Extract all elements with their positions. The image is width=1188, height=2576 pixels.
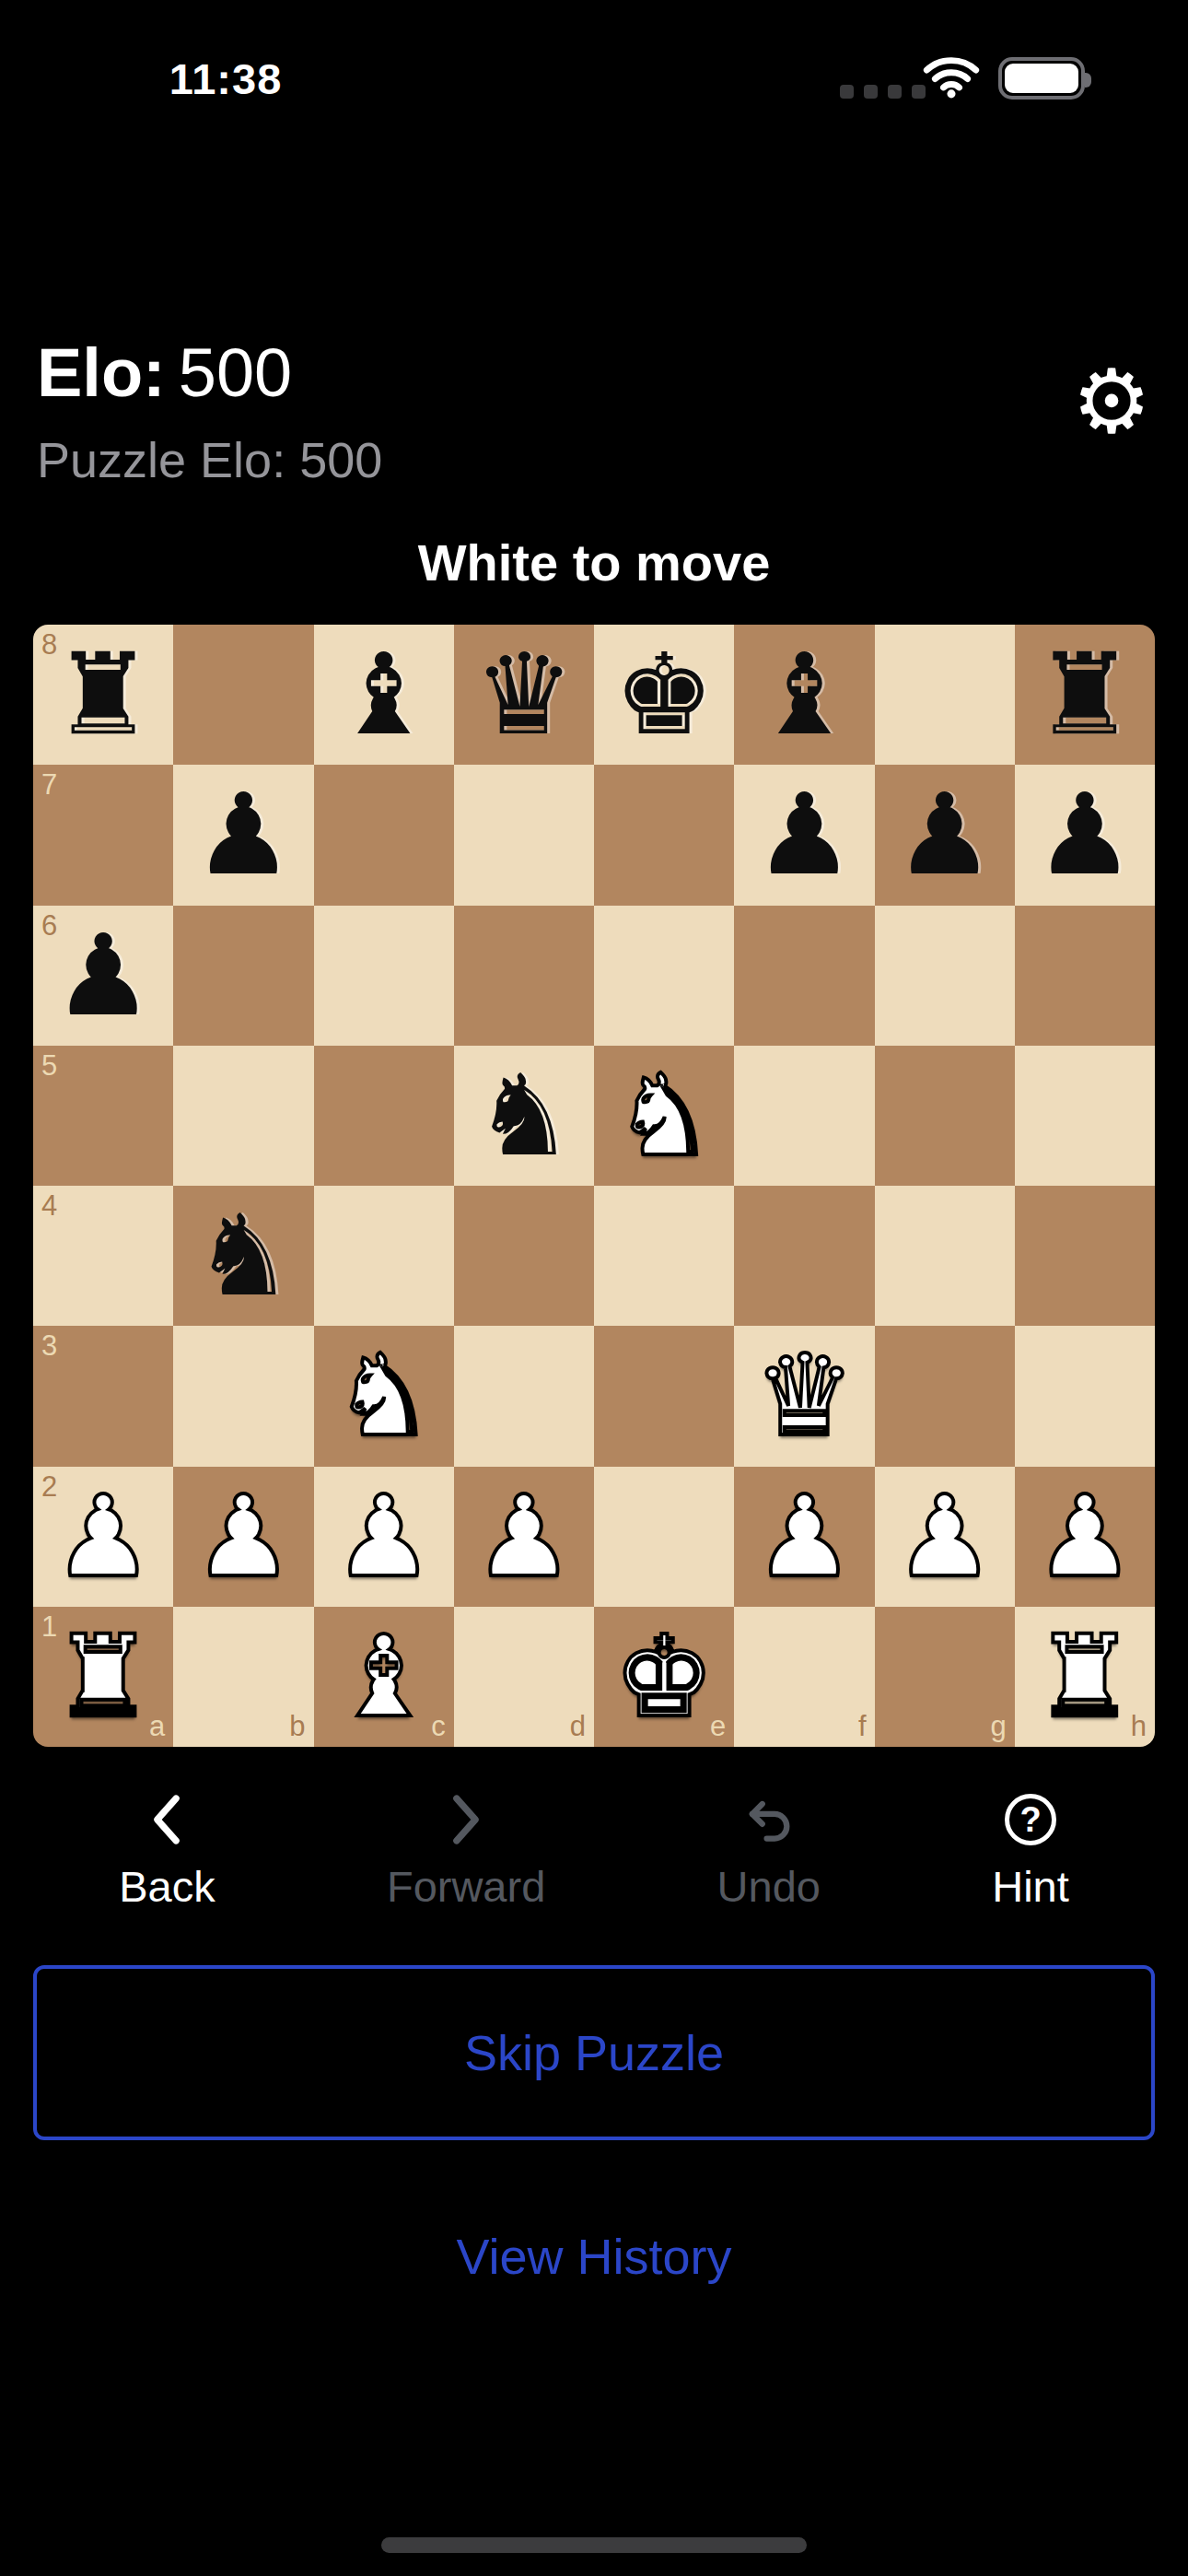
piece-white-queen[interactable]: ♛ [734,1326,874,1466]
file-label-b: b [289,1710,305,1743]
square-d3[interactable] [454,1326,594,1466]
undo-arrow-icon [742,1791,796,1848]
square-h2[interactable]: ♟ [1015,1467,1155,1607]
piece-white-king[interactable]: ♚ [594,1607,734,1747]
square-b4[interactable]: ♞ [173,1186,313,1326]
square-f6[interactable] [734,906,874,1046]
rank-label-7: 7 [41,768,57,802]
square-e5[interactable]: ♞ [594,1046,734,1186]
square-f3[interactable]: ♛ [734,1326,874,1466]
piece-white-bishop[interactable]: ♝ [314,1607,454,1747]
piece-white-pawn[interactable]: ♟ [1015,1467,1155,1607]
rank-label-3: 3 [41,1329,57,1363]
square-h8[interactable]: ♜ [1015,625,1155,765]
square-d5[interactable]: ♞ [454,1046,594,1186]
square-h4[interactable] [1015,1186,1155,1326]
square-g2[interactable]: ♟ [875,1467,1015,1607]
square-e6[interactable] [594,906,734,1046]
forward-button[interactable]: Forward [387,1791,545,1912]
elo-label: Elo: [37,334,166,411]
square-a1[interactable]: 1a♜ [33,1607,173,1747]
square-g8[interactable] [875,625,1015,765]
piece-white-pawn[interactable]: ♟ [173,1467,313,1607]
square-d4[interactable] [454,1186,594,1326]
square-b5[interactable] [173,1046,313,1186]
piece-white-pawn[interactable]: ♟ [454,1467,594,1607]
hint-button[interactable]: ? Hint [992,1791,1069,1912]
piece-white-knight[interactable]: ♞ [314,1326,454,1466]
square-b3[interactable] [173,1326,313,1466]
square-e2[interactable] [594,1467,734,1607]
rank-label-5: 5 [41,1049,57,1083]
square-b8[interactable] [173,625,313,765]
piece-black-rook[interactable]: ♜ [1015,625,1155,765]
square-f4[interactable] [734,1186,874,1326]
square-c4[interactable] [314,1186,454,1326]
square-d2[interactable]: ♟ [454,1467,594,1607]
square-d1[interactable]: d [454,1607,594,1747]
settings-gear-icon[interactable]: ⚙ [1072,357,1151,446]
piece-white-pawn[interactable]: ♟ [734,1467,874,1607]
square-g6[interactable] [875,906,1015,1046]
piece-white-rook[interactable]: ♜ [33,1607,173,1747]
chevron-right-icon [445,1791,487,1848]
piece-black-bishop[interactable]: ♝ [314,625,454,765]
square-c7[interactable] [314,765,454,905]
square-h6[interactable] [1015,906,1155,1046]
square-a6[interactable]: 6♟ [33,906,173,1046]
square-g4[interactable] [875,1186,1015,1326]
undo-button[interactable]: Undo [717,1791,821,1912]
piece-black-pawn[interactable]: ♟ [734,765,874,905]
square-a7[interactable]: 7 [33,765,173,905]
wifi-icon [921,55,982,100]
piece-white-pawn[interactable]: ♟ [314,1467,454,1607]
square-h5[interactable] [1015,1046,1155,1186]
square-a2[interactable]: 2♟ [33,1467,173,1607]
skip-puzzle-button[interactable]: Skip Puzzle [33,1965,1155,2140]
square-f7[interactable]: ♟ [734,765,874,905]
square-b2[interactable]: ♟ [173,1467,313,1607]
square-c3[interactable]: ♞ [314,1326,454,1466]
square-c8[interactable]: ♝ [314,625,454,765]
piece-black-pawn[interactable]: ♟ [1015,765,1155,905]
piece-black-pawn[interactable]: ♟ [875,765,1015,905]
home-indicator[interactable] [381,2537,807,2553]
puzzle-elo-label: Puzzle Elo: 500 [37,431,1151,488]
square-c6[interactable] [314,906,454,1046]
square-g7[interactable]: ♟ [875,765,1015,905]
square-c2[interactable]: ♟ [314,1467,454,1607]
square-g1[interactable]: g [875,1607,1015,1747]
square-b6[interactable] [173,906,313,1046]
square-e1[interactable]: e♚ [594,1607,734,1747]
square-d8[interactable]: ♛ [454,625,594,765]
square-f8[interactable]: ♝ [734,625,874,765]
square-e3[interactable] [594,1326,734,1466]
file-label-f: f [858,1710,867,1743]
forward-label: Forward [387,1861,545,1912]
elo-heading: Elo:500 [37,339,1151,407]
battery-icon [998,57,1085,100]
square-a5[interactable]: 5 [33,1046,173,1186]
file-label-d: d [570,1710,586,1743]
square-b7[interactable]: ♟ [173,765,313,905]
piece-black-knight[interactable]: ♞ [173,1186,313,1326]
chess-board: 8♜♝♛♚♝♜7♟♟♟♟6♟5♞♞4♞3♞♛2♟♟♟♟♟♟♟1a♜bc♝de♚f… [33,625,1155,1747]
square-f5[interactable] [734,1046,874,1186]
question-circle-icon: ? [1005,1791,1056,1848]
square-h1[interactable]: h♜ [1015,1607,1155,1747]
file-label-g: g [991,1710,1007,1743]
piece-white-knight[interactable]: ♞ [594,1046,734,1186]
chevron-left-icon [146,1791,188,1848]
back-button[interactable]: Back [119,1791,215,1912]
square-h7[interactable]: ♟ [1015,765,1155,905]
hint-label: Hint [992,1861,1069,1912]
piece-black-bishop[interactable]: ♝ [734,625,874,765]
square-f2[interactable]: ♟ [734,1467,874,1607]
piece-black-king[interactable]: ♚ [594,625,734,765]
square-e7[interactable] [594,765,734,905]
piece-black-pawn[interactable]: ♟ [173,765,313,905]
square-c5[interactable] [314,1046,454,1186]
piece-black-pawn[interactable]: ♟ [33,906,173,1046]
view-history-link[interactable]: View History [0,2228,1188,2285]
elo-value: 500 [179,334,292,411]
piece-black-rook[interactable]: ♜ [33,625,173,765]
back-label: Back [119,1861,215,1912]
piece-black-knight[interactable]: ♞ [454,1046,594,1186]
piece-black-queen[interactable]: ♛ [454,625,594,765]
status-bar: 11:38 [0,0,1188,120]
square-a3[interactable]: 3 [33,1326,173,1466]
square-e4[interactable] [594,1186,734,1326]
header: Elo:500 Puzzle Elo: 500 ⚙ [37,339,1151,488]
square-b1[interactable]: b [173,1607,313,1747]
piece-white-rook[interactable]: ♜ [1015,1607,1155,1747]
status-time: 11:38 [138,53,313,104]
undo-label: Undo [717,1861,821,1912]
turn-indicator: White to move [0,533,1188,592]
rank-label-4: 4 [41,1189,57,1223]
square-g3[interactable] [875,1326,1015,1466]
move-controls: Back Forward Undo ? Hint [33,1791,1155,1912]
square-g5[interactable] [875,1046,1015,1186]
cellular-signal-icon [840,85,926,99]
square-d6[interactable] [454,906,594,1046]
square-a4[interactable]: 4 [33,1186,173,1326]
piece-white-pawn[interactable]: ♟ [875,1467,1015,1607]
square-c1[interactable]: c♝ [314,1607,454,1747]
piece-white-pawn[interactable]: ♟ [33,1467,173,1607]
square-h3[interactable] [1015,1326,1155,1466]
square-f1[interactable]: f [734,1607,874,1747]
square-e8[interactable]: ♚ [594,625,734,765]
square-d7[interactable] [454,765,594,905]
square-a8[interactable]: 8♜ [33,625,173,765]
